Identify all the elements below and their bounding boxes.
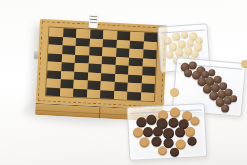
- checkers-disc: [185, 127, 196, 138]
- board-square: [59, 88, 73, 97]
- checkers-disc: [136, 117, 147, 128]
- checkers-disc: [153, 126, 164, 137]
- checkers-disc: [158, 146, 167, 155]
- sticker-line: [90, 19, 97, 20]
- board-grid: [45, 26, 159, 102]
- checkers-disc: [187, 136, 196, 145]
- board-square: [113, 90, 127, 99]
- checkers-disc: [151, 136, 162, 147]
- loose-wooden-piece: [170, 88, 179, 97]
- product-photo: [0, 0, 247, 165]
- bag-checkers-discs: [127, 103, 208, 161]
- checkers-disc: [133, 127, 144, 138]
- light-chess-piece: [181, 31, 188, 38]
- board-square: [73, 88, 87, 97]
- checkers-disc: [139, 137, 150, 148]
- checkers-disc: [146, 115, 157, 126]
- loose-wooden-piece: [241, 60, 247, 68]
- board-top-face: [36, 19, 168, 110]
- checkers-disc: [175, 127, 186, 138]
- checkers-disc: [170, 107, 181, 118]
- dark-chess-piece: [208, 69, 216, 77]
- sticker-line: [90, 22, 97, 23]
- dark-chess-piece: [230, 95, 238, 103]
- board-square: [127, 91, 141, 100]
- checkers-disc: [170, 147, 179, 156]
- board-square: [100, 90, 114, 99]
- board-square: [46, 87, 60, 96]
- sticker-line: [90, 16, 97, 17]
- checkers-disc: [168, 117, 179, 128]
- checkers-disc: [143, 127, 154, 138]
- checkers-disc: [190, 116, 199, 125]
- board-square: [140, 92, 154, 101]
- dark-chess-piece: [221, 104, 230, 113]
- barcode-sticker: [89, 14, 99, 29]
- board-square: [86, 89, 100, 98]
- metal-clasp: [34, 51, 38, 58]
- light-chess-piece: [186, 39, 193, 46]
